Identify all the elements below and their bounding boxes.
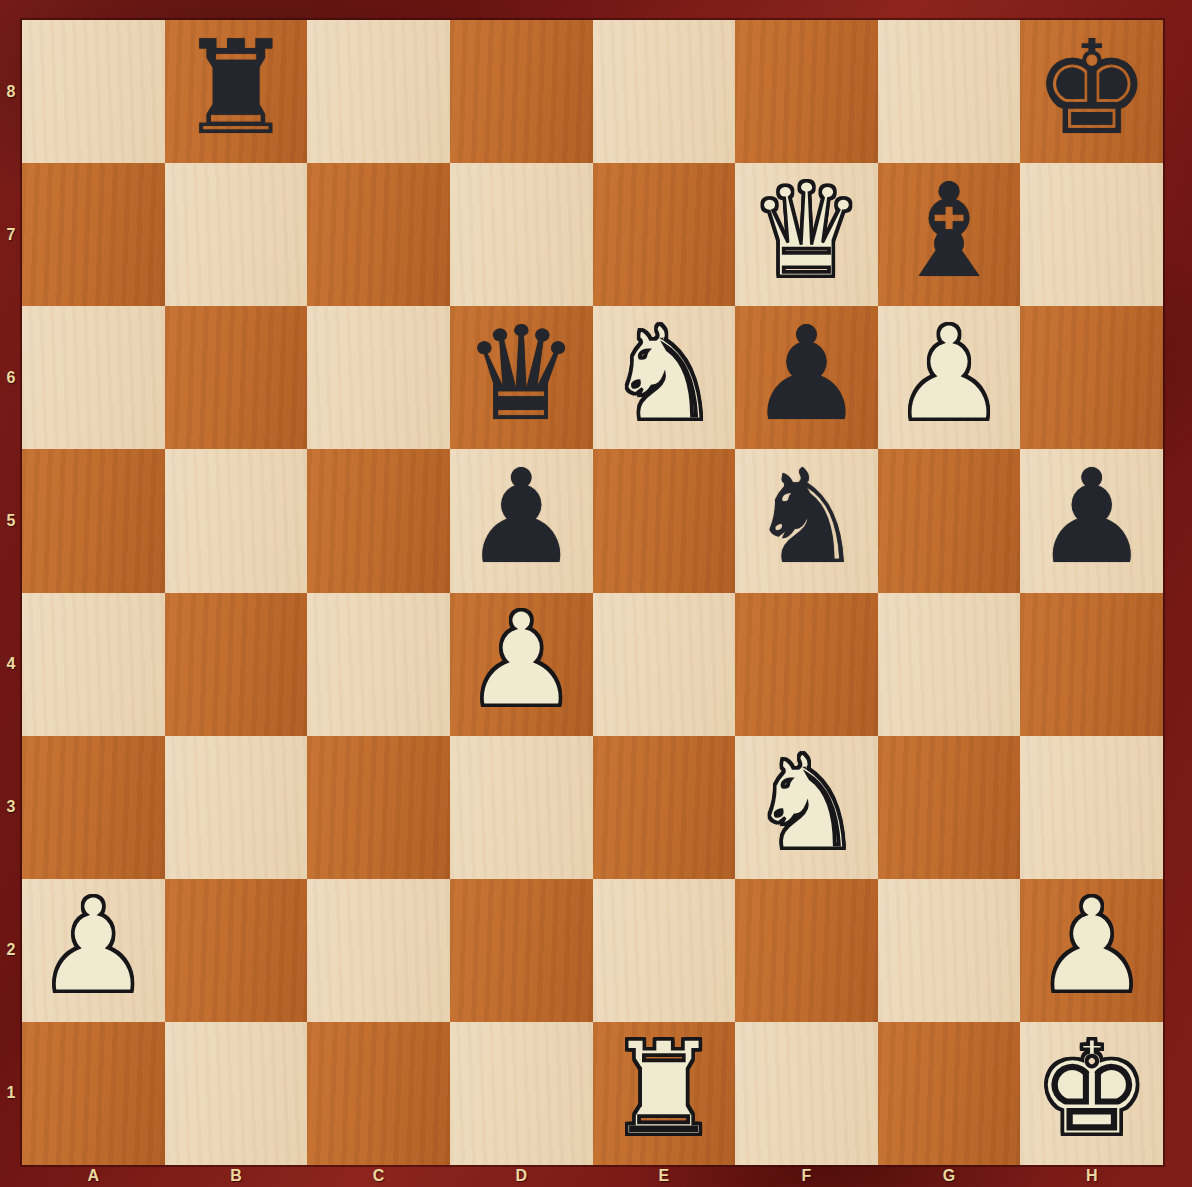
file-label-a: A (22, 1165, 165, 1187)
rank-label-6: 6 (0, 306, 22, 449)
square-g3[interactable] (878, 736, 1021, 879)
square-d6[interactable]: ♛ (450, 306, 593, 449)
square-e7[interactable] (593, 163, 736, 306)
square-e5[interactable] (593, 449, 736, 592)
square-h2[interactable]: ♟ (1020, 879, 1163, 1022)
square-e4[interactable] (593, 593, 736, 736)
square-a8[interactable] (22, 20, 165, 163)
square-d8[interactable] (450, 20, 593, 163)
white-queen[interactable]: ♛ (748, 166, 865, 296)
square-f6[interactable]: ♟ (735, 306, 878, 449)
square-f1[interactable] (735, 1022, 878, 1165)
square-c8[interactable] (307, 20, 450, 163)
square-g2[interactable] (878, 879, 1021, 1022)
square-g7[interactable]: ♝ (878, 163, 1021, 306)
black-bishop[interactable]: ♝ (891, 166, 1008, 296)
square-c1[interactable] (307, 1022, 450, 1165)
square-b2[interactable] (165, 879, 308, 1022)
square-d3[interactable] (450, 736, 593, 879)
square-e8[interactable] (593, 20, 736, 163)
file-label-e: E (593, 1165, 736, 1187)
black-rook[interactable]: ♜ (178, 23, 295, 153)
black-pawn[interactable]: ♟ (463, 452, 580, 582)
rank-label-2: 2 (0, 879, 22, 1022)
file-label-d: D (450, 1165, 593, 1187)
square-f4[interactable] (735, 593, 878, 736)
square-b8[interactable]: ♜ (165, 20, 308, 163)
square-a1[interactable] (22, 1022, 165, 1165)
rank-label-3: 3 (0, 736, 22, 879)
square-e6[interactable]: ♞ (593, 306, 736, 449)
square-g8[interactable] (878, 20, 1021, 163)
square-c2[interactable] (307, 879, 450, 1022)
file-label-g: G (878, 1165, 1021, 1187)
square-h5[interactable]: ♟ (1020, 449, 1163, 592)
black-knight[interactable]: ♞ (748, 452, 865, 582)
square-a6[interactable] (22, 306, 165, 449)
square-b3[interactable] (165, 736, 308, 879)
square-a5[interactable] (22, 449, 165, 592)
square-g4[interactable] (878, 593, 1021, 736)
square-c4[interactable] (307, 593, 450, 736)
square-e3[interactable] (593, 736, 736, 879)
square-f5[interactable]: ♞ (735, 449, 878, 592)
white-pawn[interactable]: ♟ (1033, 881, 1150, 1011)
white-pawn[interactable]: ♟ (463, 595, 580, 725)
file-label-c: C (307, 1165, 450, 1187)
square-c7[interactable] (307, 163, 450, 306)
square-h4[interactable] (1020, 593, 1163, 736)
square-d2[interactable] (450, 879, 593, 1022)
rank-label-8: 8 (0, 20, 22, 163)
white-pawn[interactable]: ♟ (35, 881, 152, 1011)
square-g1[interactable] (878, 1022, 1021, 1165)
rank-label-4: 4 (0, 593, 22, 736)
black-queen[interactable]: ♛ (463, 309, 580, 439)
file-label-b: B (165, 1165, 308, 1187)
square-h7[interactable] (1020, 163, 1163, 306)
black-pawn[interactable]: ♟ (748, 309, 865, 439)
square-f7[interactable]: ♛ (735, 163, 878, 306)
black-king[interactable]: ♚ (1033, 23, 1150, 153)
square-g5[interactable] (878, 449, 1021, 592)
square-b5[interactable] (165, 449, 308, 592)
square-b7[interactable] (165, 163, 308, 306)
square-f3[interactable]: ♞ (735, 736, 878, 879)
rank-label-7: 7 (0, 163, 22, 306)
square-g6[interactable]: ♟ (878, 306, 1021, 449)
file-label-f: F (735, 1165, 878, 1187)
square-b6[interactable] (165, 306, 308, 449)
square-f8[interactable] (735, 20, 878, 163)
rank-label-5: 5 (0, 449, 22, 592)
square-a3[interactable] (22, 736, 165, 879)
square-c6[interactable] (307, 306, 450, 449)
rank-labels: 87654321 (0, 20, 22, 1165)
square-b4[interactable] (165, 593, 308, 736)
square-a7[interactable] (22, 163, 165, 306)
file-label-h: H (1020, 1165, 1163, 1187)
chess-board: ♜♚♛♝♛♞♟♟♟♞♟♟♞♟♟♜♚ (22, 20, 1163, 1165)
square-h6[interactable] (1020, 306, 1163, 449)
rank-label-1: 1 (0, 1022, 22, 1165)
white-knight[interactable]: ♞ (606, 309, 723, 439)
square-c5[interactable] (307, 449, 450, 592)
white-knight[interactable]: ♞ (748, 738, 865, 868)
square-e1[interactable]: ♜ (593, 1022, 736, 1165)
square-d1[interactable] (450, 1022, 593, 1165)
board-frame: 87654321 ABCDEFGH ♜♚♛♝♛♞♟♟♟♞♟♟♞♟♟♜♚ (0, 0, 1192, 1187)
square-b1[interactable] (165, 1022, 308, 1165)
square-d7[interactable] (450, 163, 593, 306)
square-h8[interactable]: ♚ (1020, 20, 1163, 163)
white-pawn[interactable]: ♟ (891, 309, 1008, 439)
square-h1[interactable]: ♚ (1020, 1022, 1163, 1165)
square-f2[interactable] (735, 879, 878, 1022)
right-edge-strip (1192, 0, 1200, 1187)
white-rook[interactable]: ♜ (606, 1024, 723, 1154)
square-c3[interactable] (307, 736, 450, 879)
square-e2[interactable] (593, 879, 736, 1022)
white-king[interactable]: ♚ (1033, 1024, 1150, 1154)
square-a2[interactable]: ♟ (22, 879, 165, 1022)
square-h3[interactable] (1020, 736, 1163, 879)
black-pawn[interactable]: ♟ (1033, 452, 1150, 582)
square-a4[interactable] (22, 593, 165, 736)
square-d4[interactable]: ♟ (450, 593, 593, 736)
file-labels: ABCDEFGH (22, 1165, 1163, 1187)
square-d5[interactable]: ♟ (450, 449, 593, 592)
